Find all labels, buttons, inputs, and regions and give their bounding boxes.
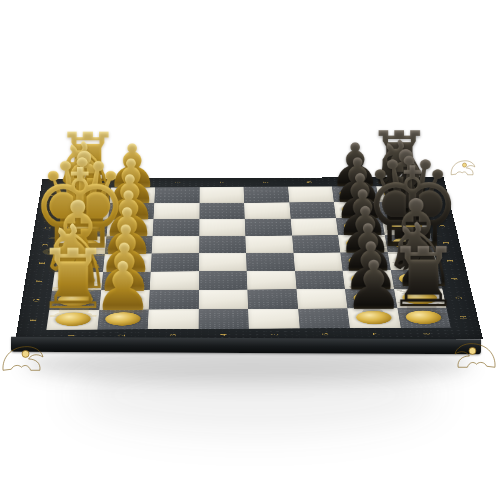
chess-board: ♜♜♞♞♝♝♛♛♚♚♝♝♞♞♜♜♟♟♟♟♟♟♟♟♟♟♟♟♟♟♟♟♟♟♟♟♟♟♟♟…: [15, 177, 483, 342]
board-front-edge: [11, 337, 481, 354]
rank-label-near-7: 7: [370, 333, 383, 335]
pieces-layer: ♜♜♞♞♝♝♛♛♚♚♝♝♞♞♜♜♟♟♟♟♟♟♟♟♟♟♟♟♟♟♟♟♟♟♟♟♟♟♟♟…: [46, 186, 451, 330]
piece-stand: ♟: [312, 190, 434, 318]
rank-label-near-4: 4: [217, 334, 229, 336]
rank-label-near-5: 5: [268, 333, 281, 335]
black-pawn-glyph: ♟: [343, 253, 403, 318]
rank-label-near-2: 2: [116, 334, 129, 336]
rank-label-near-3: 3: [167, 334, 179, 336]
piece-stand: ♜: [12, 191, 135, 320]
white-rook-glyph: ♜: [36, 240, 110, 319]
rank-label-near-6: 6: [319, 333, 332, 335]
rank-label-near-8: 8: [420, 333, 433, 335]
corner-foot-near-left: [1, 343, 45, 373]
corner-foot-near-right: [453, 340, 497, 370]
rank-label-far-4: 4: [216, 182, 227, 184]
photo-stage: ♜♜♞♞♝♝♛♛♚♚♝♝♞♞♜♜♟♟♟♟♟♟♟♟♟♟♟♟♟♟♟♟♟♟♟♟♟♟♟♟…: [0, 0, 500, 500]
rank-label-far-5: 5: [260, 181, 271, 183]
